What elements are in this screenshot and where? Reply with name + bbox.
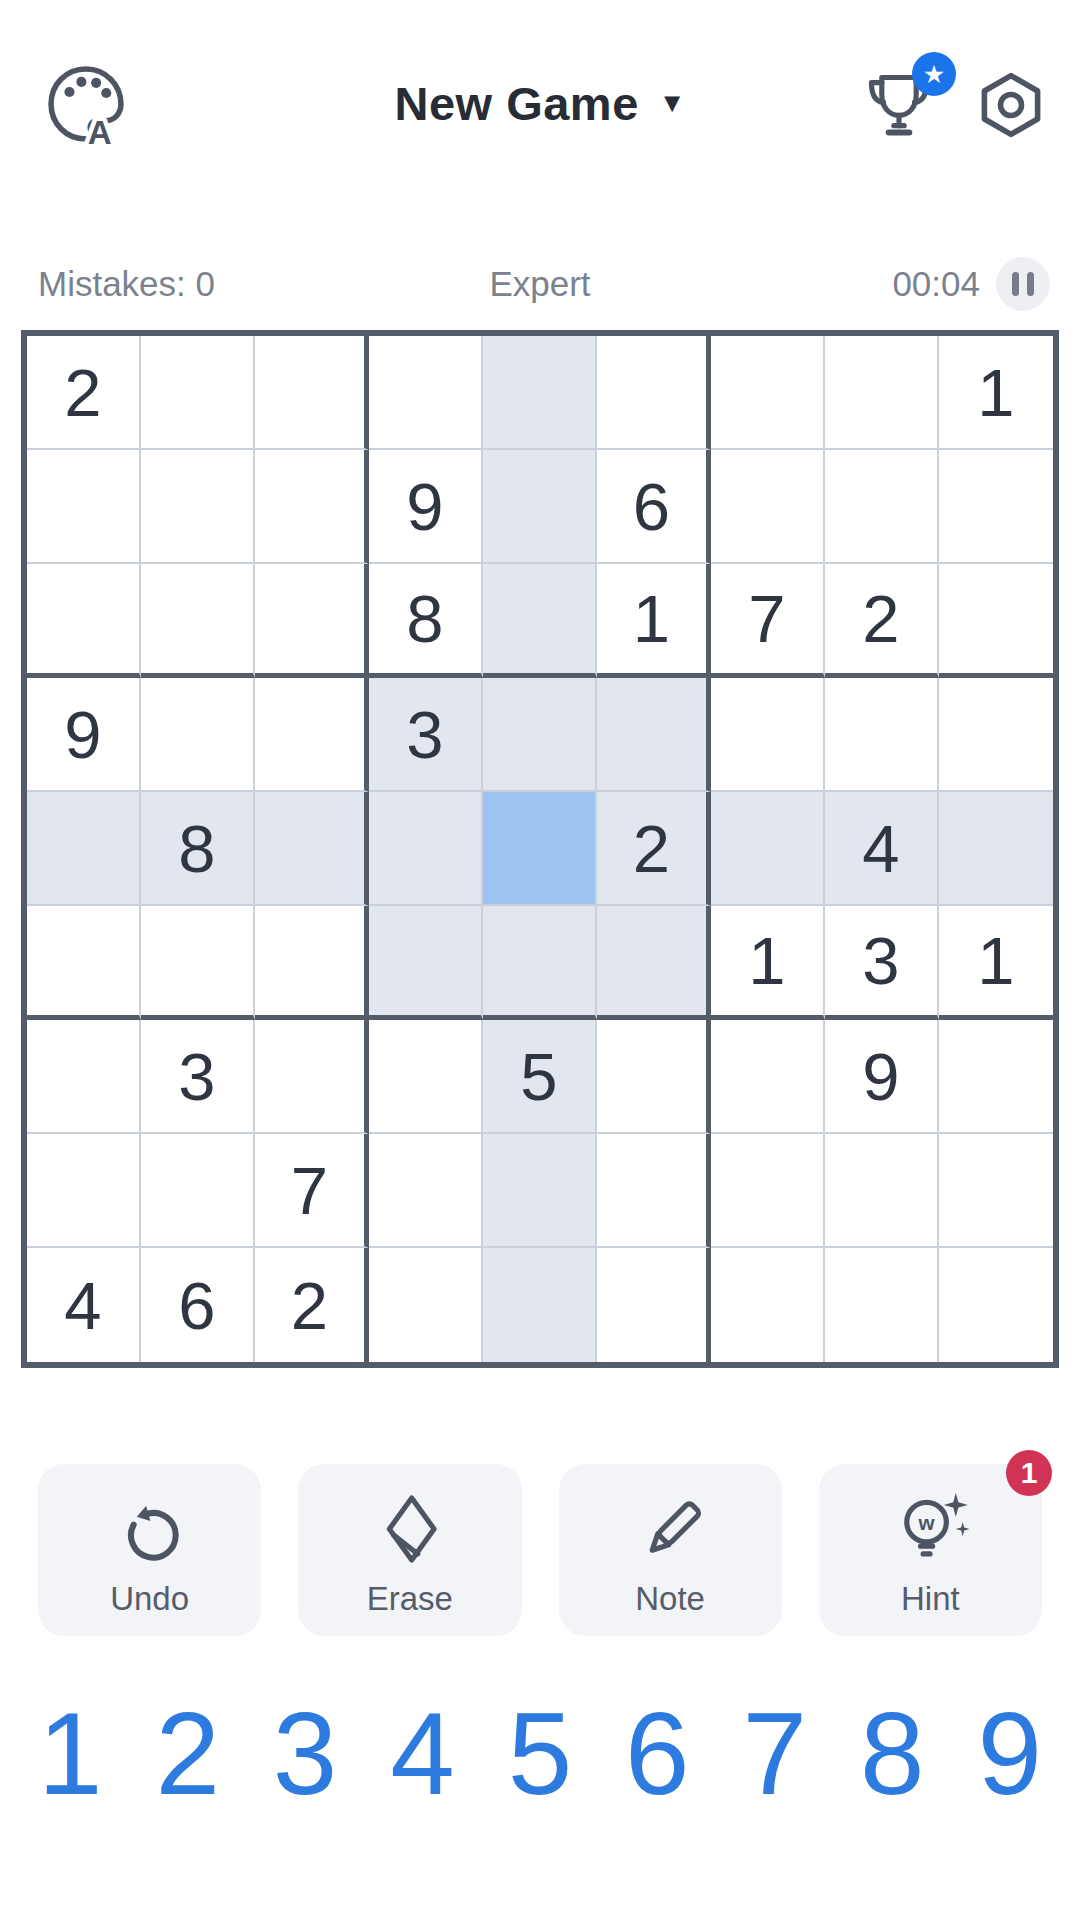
hint-count-badge: 1 [1006,1450,1052,1496]
numpad-key-5[interactable]: 5 [508,1694,573,1816]
cell-r2c8[interactable] [825,450,939,564]
note-button[interactable]: Note [559,1464,782,1636]
cell-r4c1[interactable]: 9 [27,678,141,792]
cell-r9c6[interactable] [597,1248,711,1362]
numpad-key-6[interactable]: 6 [625,1694,690,1816]
number-pad: 123456789 [38,1694,1042,1816]
cell-r7c3[interactable] [255,1020,369,1134]
note-pencil-icon [627,1486,713,1572]
undo-label: Undo [110,1580,189,1636]
hint-bulb-icon: w [887,1486,973,1572]
cell-r2c2[interactable] [141,450,255,564]
timer-value: 00:04 [892,264,980,304]
numpad-key-9[interactable]: 9 [977,1694,1042,1816]
star-icon: ★ [923,62,945,87]
cell-r9c3[interactable]: 2 [255,1248,369,1362]
cell-r4c7[interactable] [711,678,825,792]
cell-r6c5[interactable] [483,906,597,1020]
numpad-key-2[interactable]: 2 [155,1694,220,1816]
numpad-key-8[interactable]: 8 [860,1694,925,1816]
cell-r9c8[interactable] [825,1248,939,1362]
cell-r7c8[interactable]: 9 [825,1020,939,1134]
cell-r7c2[interactable]: 3 [141,1020,255,1134]
hint-button[interactable]: w 1 Hint [819,1464,1042,1636]
numpad-key-1[interactable]: 1 [38,1694,103,1816]
cell-r7c7[interactable] [711,1020,825,1134]
cell-r6c3[interactable] [255,906,369,1020]
cell-r1c8[interactable] [825,336,939,450]
cell-r4c8[interactable] [825,678,939,792]
cell-r3c1[interactable] [27,564,141,678]
erase-icon [367,1486,453,1572]
cell-r1c2[interactable] [141,336,255,450]
page-title: New Game [394,76,638,131]
cell-r5c5[interactable] [483,792,597,906]
trophy-star-badge: ★ [912,52,956,96]
cell-r2c1[interactable] [27,450,141,564]
cell-r6c2[interactable] [141,906,255,1020]
numpad-key-4[interactable]: 4 [390,1694,455,1816]
cell-r3c2[interactable] [141,564,255,678]
cell-r9c7[interactable] [711,1248,825,1362]
cell-r9c2[interactable]: 6 [141,1248,255,1362]
cell-r5c6[interactable]: 2 [597,792,711,906]
cell-r5c2[interactable]: 8 [141,792,255,906]
cell-r4c5[interactable] [483,678,597,792]
numpad-key-7[interactable]: 7 [743,1694,808,1816]
cell-r6c8[interactable]: 3 [825,906,939,1020]
cell-r4c3[interactable] [255,678,369,792]
cell-r5c7[interactable] [711,792,825,906]
cell-r6c7[interactable]: 1 [711,906,825,1020]
cell-r7c6[interactable] [597,1020,711,1134]
cell-r2c5[interactable] [483,450,597,564]
chevron-down-icon: ▼ [659,90,686,117]
erase-label: Erase [367,1580,453,1636]
cell-r5c3[interactable] [255,792,369,906]
cell-r2c6[interactable]: 6 [597,450,711,564]
hint-label: Hint [901,1580,960,1636]
note-label: Note [635,1580,705,1636]
cell-r8c2[interactable] [141,1134,255,1248]
cell-r3c3[interactable] [255,564,369,678]
cell-r8c6[interactable] [597,1134,711,1248]
pause-button[interactable] [996,257,1050,311]
cell-r9c1[interactable]: 4 [27,1248,141,1362]
toolbar: Undo Erase Note w 1 Hint [38,1464,1042,1636]
cell-r4c9[interactable] [939,678,1053,792]
cell-r1c5[interactable] [483,336,597,450]
cell-r7c5[interactable]: 5 [483,1020,597,1134]
undo-icon [107,1486,193,1572]
cell-r5c8[interactable]: 4 [825,792,939,906]
cell-r8c7[interactable] [711,1134,825,1248]
cell-r3c7[interactable]: 7 [711,564,825,678]
cell-r1c1[interactable]: 2 [27,336,141,450]
cell-r7c9[interactable] [939,1020,1053,1134]
cell-r8c5[interactable] [483,1134,597,1248]
cell-r4c2[interactable] [141,678,255,792]
cell-r2c4[interactable]: 9 [369,450,483,564]
cell-r8c4[interactable] [369,1134,483,1248]
cell-r2c7[interactable] [711,450,825,564]
cell-r1c6[interactable] [597,336,711,450]
cell-r3c6[interactable]: 1 [597,564,711,678]
cell-r7c1[interactable] [27,1020,141,1134]
svg-text:w: w [918,1511,936,1534]
cell-r1c3[interactable] [255,336,369,450]
erase-button[interactable]: Erase [298,1464,521,1636]
cell-r4c6[interactable] [597,678,711,792]
cell-r3c5[interactable] [483,564,597,678]
cell-r8c3[interactable]: 7 [255,1134,369,1248]
cell-r6c1[interactable] [27,906,141,1020]
cell-r8c9[interactable] [939,1134,1053,1248]
cell-r1c4[interactable] [369,336,483,450]
cell-r5c1[interactable] [27,792,141,906]
cell-r2c3[interactable] [255,450,369,564]
cell-r5c4[interactable] [369,792,483,906]
pause-icon [1012,272,1019,296]
cell-r9c5[interactable] [483,1248,597,1362]
cell-r2c9[interactable] [939,450,1053,564]
cell-r3c9[interactable] [939,564,1053,678]
trophy-awards-button[interactable]: ★ [856,62,942,148]
numpad-key-3[interactable]: 3 [273,1694,338,1816]
cell-r9c4[interactable] [369,1248,483,1362]
cell-r3c8[interactable]: 2 [825,564,939,678]
timer-group: 00:04 [892,257,1050,311]
cell-r6c4[interactable] [369,906,483,1020]
header: A New Game ▼ ★ [0,0,1080,160]
cell-r8c8[interactable] [825,1134,939,1248]
cell-r1c9[interactable]: 1 [939,336,1053,450]
cell-r8c1[interactable] [27,1134,141,1248]
cell-r6c6[interactable] [597,906,711,1020]
cell-r9c9[interactable] [939,1248,1053,1362]
sudoku-board: 21968172938241313597462 [21,330,1059,1368]
settings-nut-icon[interactable] [976,70,1046,140]
status-bar: Mistakes: 0 Expert 00:04 [0,256,1080,312]
undo-button[interactable]: Undo [38,1464,261,1636]
cell-r7c4[interactable] [369,1020,483,1134]
cell-r3c4[interactable]: 8 [369,564,483,678]
cell-r6c9[interactable]: 1 [939,906,1053,1020]
cell-r5c9[interactable] [939,792,1053,906]
cell-r4c4[interactable]: 3 [369,678,483,792]
cell-r1c7[interactable] [711,336,825,450]
